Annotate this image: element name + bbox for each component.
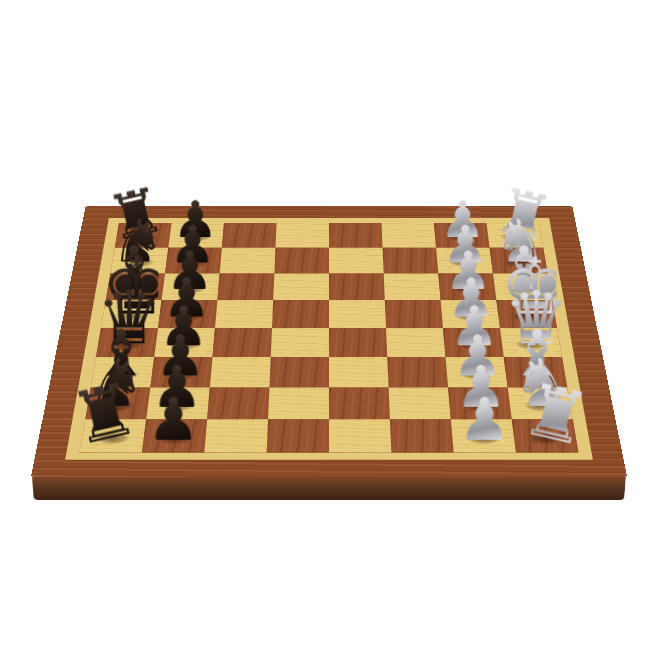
square bbox=[273, 273, 329, 300]
square bbox=[204, 419, 268, 452]
square bbox=[275, 223, 329, 248]
square bbox=[386, 328, 446, 357]
white-pawn: ♟ bbox=[453, 391, 515, 450]
square bbox=[272, 300, 329, 328]
square bbox=[271, 328, 329, 357]
chess-board: ♜♟♟♜♞♟♟♞♝♟♟♝♚♟♟♚♛♟♟♛♝♟♟♝♞♟♟♞♜♟♟♜ bbox=[31, 206, 627, 477]
square bbox=[210, 357, 271, 387]
square bbox=[268, 388, 329, 420]
square bbox=[269, 357, 329, 387]
board-front-edge bbox=[32, 477, 626, 500]
square bbox=[329, 357, 389, 387]
square bbox=[207, 388, 269, 420]
square bbox=[329, 248, 384, 274]
square bbox=[329, 328, 387, 357]
square bbox=[385, 300, 443, 328]
product-photo-scene: ♜♟♟♜♞♟♟♞♝♟♟♝♚♟♟♚♛♟♟♛♝♟♟♝♞♟♟♞♜♟♟♜ bbox=[0, 0, 658, 658]
square bbox=[389, 388, 451, 420]
square bbox=[267, 419, 329, 452]
square bbox=[274, 248, 329, 274]
playing-area: ♜♟♟♜♞♟♟♞♝♟♟♝♚♟♟♚♛♟♟♛♝♟♟♝♞♟♟♞♜♟♟♜ bbox=[65, 218, 593, 460]
black-rook: ♜ bbox=[65, 372, 142, 456]
square bbox=[217, 273, 274, 300]
square bbox=[212, 328, 272, 357]
black-pawn: ♟ bbox=[142, 391, 204, 450]
square bbox=[387, 357, 448, 387]
square: ♟ bbox=[451, 419, 516, 452]
square bbox=[390, 419, 454, 452]
square bbox=[220, 248, 276, 274]
square bbox=[329, 419, 391, 452]
square bbox=[383, 248, 439, 274]
square bbox=[222, 223, 277, 248]
square bbox=[329, 388, 390, 420]
square bbox=[329, 223, 383, 248]
square bbox=[381, 223, 436, 248]
square bbox=[329, 300, 386, 328]
square: ♜ bbox=[80, 419, 147, 452]
square: ♟ bbox=[142, 419, 207, 452]
square: ♜ bbox=[512, 419, 579, 452]
square bbox=[329, 273, 385, 300]
square bbox=[215, 300, 273, 328]
square bbox=[384, 273, 441, 300]
